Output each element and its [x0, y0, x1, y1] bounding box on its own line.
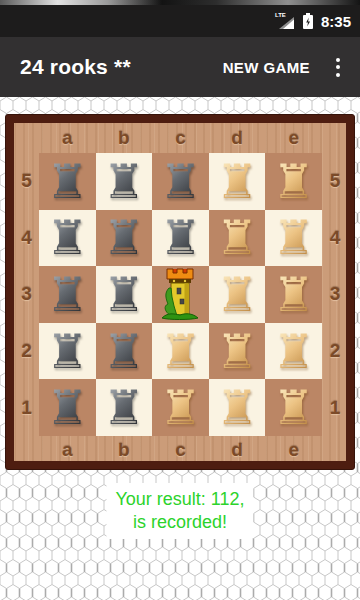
board-squares: ♜♜♜♜♜♜♜♜♜♜♜♜ ♜♜♜♜♜♜♜♜♜♜♜♜: [39, 153, 322, 436]
result-message: Your result: 112, is recorded!: [106, 483, 253, 539]
rank-label-1: 1: [14, 379, 39, 436]
rank-labels-right: 54321: [322, 153, 348, 436]
square-d3[interactable]: ♜: [209, 266, 266, 323]
rank-label-2: 2: [14, 323, 39, 380]
file-label-c: c: [152, 436, 209, 463]
square-c4[interactable]: ♜: [152, 210, 209, 267]
black-rook: ♜: [159, 158, 201, 205]
white-rook: ♜: [216, 384, 258, 431]
file-label-c: c: [152, 123, 209, 153]
app-bar: 24 rooks ** NEW GAME: [0, 37, 360, 97]
page-title: 24 rooks **: [20, 55, 217, 79]
square-b1[interactable]: ♜: [96, 379, 153, 436]
white-rook: ♜: [159, 328, 201, 375]
square-a1[interactable]: ♜: [39, 379, 96, 436]
white-rook: ♜: [273, 384, 315, 431]
square-a5[interactable]: ♜: [39, 153, 96, 210]
square-c3[interactable]: [152, 266, 209, 323]
black-rook: ♜: [46, 214, 88, 261]
white-rook: ♜: [216, 214, 258, 261]
castle-image: [158, 268, 202, 320]
black-rook: ♜: [159, 214, 201, 261]
rank-labels-left: 54321: [14, 153, 39, 436]
black-rook: ♜: [46, 384, 88, 431]
file-label-a: a: [39, 123, 96, 153]
white-rook: ♜: [216, 271, 258, 318]
white-rook: ♜: [273, 214, 315, 261]
chess-board: abcde 54321 54321 abcde ♜♜♜♜♜♜♜♜♜♜♜♜ ♜♜♜…: [5, 114, 355, 470]
board-wood-frame: abcde 54321 54321 abcde ♜♜♜♜♜♜♜♜♜♜♜♜ ♜♜♜…: [14, 123, 346, 461]
rank-label-4: 4: [322, 210, 348, 267]
square-b4[interactable]: ♜: [96, 210, 153, 267]
new-game-button[interactable]: NEW GAME: [217, 51, 316, 84]
rank-label-5: 5: [14, 153, 39, 210]
square-a2[interactable]: ♜: [39, 323, 96, 380]
rank-label-3: 3: [322, 266, 348, 323]
white-rook: ♜: [273, 158, 315, 205]
square-e2[interactable]: ♜: [265, 323, 322, 380]
square-e3[interactable]: ♜: [265, 266, 322, 323]
file-label-e: e: [265, 123, 322, 153]
file-labels-top: abcde: [39, 123, 322, 153]
white-rook: ♜: [216, 328, 258, 375]
rank-label-3: 3: [14, 266, 39, 323]
file-label-b: b: [96, 436, 153, 463]
white-rook: ♜: [273, 271, 315, 318]
cell-signal-icon: LTE: [275, 12, 295, 30]
square-e5[interactable]: ♜: [265, 153, 322, 210]
status-bar: LTE 8:35: [0, 5, 360, 37]
rank-label-5: 5: [322, 153, 348, 210]
result-line-2: is recorded!: [115, 511, 244, 534]
file-label-d: d: [209, 123, 266, 153]
file-label-e: e: [265, 436, 322, 463]
black-rook: ♜: [103, 384, 145, 431]
white-rook: ♜: [159, 384, 201, 431]
square-d4[interactable]: ♜: [209, 210, 266, 267]
square-d5[interactable]: ♜: [209, 153, 266, 210]
white-rook: ♜: [216, 158, 258, 205]
square-b3[interactable]: ♜: [96, 266, 153, 323]
status-time: 8:35: [321, 13, 351, 30]
file-labels-bottom: abcde: [39, 436, 322, 463]
overflow-menu-button[interactable]: [328, 52, 348, 83]
square-c1[interactable]: ♜: [152, 379, 209, 436]
app-screen: LTE 8:35 24 rooks ** NEW GAME: [0, 0, 360, 600]
rank-label-4: 4: [14, 210, 39, 267]
square-c2[interactable]: ♜: [152, 323, 209, 380]
square-e1[interactable]: ♜: [265, 379, 322, 436]
black-rook: ♜: [103, 214, 145, 261]
square-d2[interactable]: ♜: [209, 323, 266, 380]
square-d1[interactable]: ♜: [209, 379, 266, 436]
black-rook: ♜: [46, 158, 88, 205]
square-e4[interactable]: ♜: [265, 210, 322, 267]
file-label-d: d: [209, 436, 266, 463]
square-c5[interactable]: ♜: [152, 153, 209, 210]
black-rook: ♜: [103, 328, 145, 375]
battery-charging-icon: [302, 13, 314, 30]
black-rook: ♜: [46, 328, 88, 375]
rank-label-2: 2: [322, 323, 348, 380]
rank-label-1: 1: [322, 379, 348, 436]
black-rook: ♜: [46, 271, 88, 318]
square-b2[interactable]: ♜: [96, 323, 153, 380]
black-rook: ♜: [103, 158, 145, 205]
content-area: abcde 54321 54321 abcde ♜♜♜♜♜♜♜♜♜♜♜♜ ♜♜♜…: [0, 97, 360, 600]
file-label-a: a: [39, 436, 96, 463]
black-rook: ♜: [103, 271, 145, 318]
square-a4[interactable]: ♜: [39, 210, 96, 267]
white-rook: ♜: [273, 328, 315, 375]
square-a3[interactable]: ♜: [39, 266, 96, 323]
square-b5[interactable]: ♜: [96, 153, 153, 210]
file-label-b: b: [96, 123, 153, 153]
result-line-1: Your result: 112,: [115, 488, 244, 511]
